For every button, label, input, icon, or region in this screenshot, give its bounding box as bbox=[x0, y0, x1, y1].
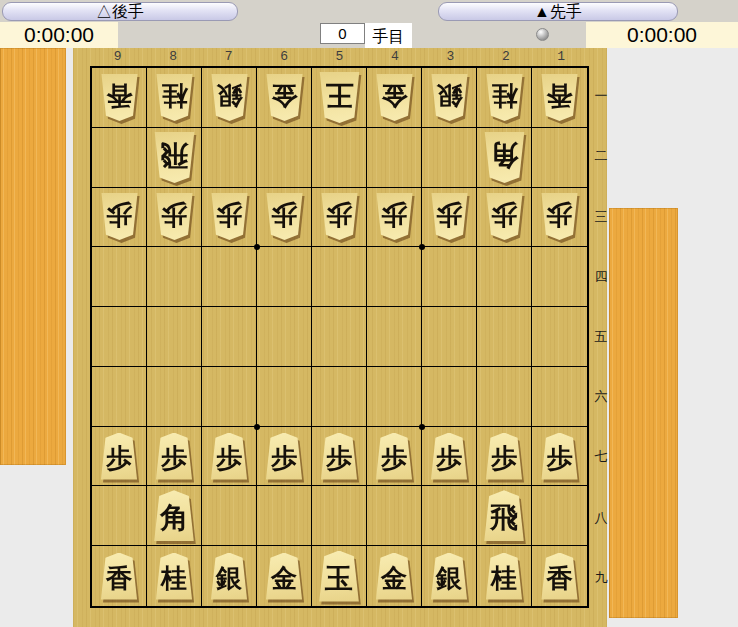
piece-glyph-knight: 桂 bbox=[484, 74, 525, 121]
piece-glyph-silver: 銀 bbox=[209, 74, 250, 121]
square-6-8[interactable] bbox=[257, 486, 312, 546]
piece-pawn-gote[interactable]: 歩 bbox=[429, 193, 470, 240]
move-counter-field[interactable]: 0 bbox=[320, 23, 365, 44]
square-2-7[interactable]: 歩 bbox=[477, 427, 532, 487]
piece-glyph-pawn: 歩 bbox=[429, 433, 470, 480]
piece-glyph-pawn: 歩 bbox=[209, 433, 250, 480]
rank-coordinate-labels: 一二三四五六七八九 bbox=[593, 66, 609, 608]
piece-glyph-king: 玉 bbox=[317, 551, 362, 602]
piece-pawn-sente[interactable]: 歩 bbox=[319, 433, 360, 480]
square-7-2[interactable] bbox=[202, 128, 257, 188]
piece-glyph-pawn: 歩 bbox=[319, 193, 360, 240]
gote-komadai-stand[interactable] bbox=[0, 48, 66, 465]
square-3-5[interactable] bbox=[422, 307, 477, 367]
square-3-7[interactable]: 歩 bbox=[422, 427, 477, 487]
square-8-6[interactable] bbox=[147, 367, 202, 427]
piece-lance-gote[interactable]: 香 bbox=[539, 74, 580, 121]
piece-pawn-sente[interactable]: 歩 bbox=[374, 433, 415, 480]
piece-lance-gote[interactable]: 香 bbox=[99, 74, 140, 121]
file-label-8: 8 bbox=[145, 49, 200, 65]
square-7-9[interactable]: 銀 bbox=[202, 546, 257, 606]
piece-gold-gote[interactable]: 金 bbox=[374, 74, 415, 121]
square-3-4[interactable] bbox=[422, 247, 477, 307]
piece-king-sente[interactable]: 玉 bbox=[317, 551, 362, 602]
piece-glyph-pawn: 歩 bbox=[539, 433, 580, 480]
sente-player-button[interactable]: ▲先手 bbox=[438, 2, 678, 21]
square-4-8[interactable] bbox=[367, 486, 422, 546]
piece-glyph-gold: 金 bbox=[374, 74, 415, 121]
square-9-5[interactable] bbox=[92, 307, 147, 367]
piece-glyph-king: 王 bbox=[317, 72, 362, 123]
piece-glyph-pawn: 歩 bbox=[99, 433, 140, 480]
square-2-6[interactable] bbox=[477, 367, 532, 427]
piece-pawn-sente[interactable]: 歩 bbox=[154, 433, 195, 480]
file-label-2: 2 bbox=[478, 49, 533, 65]
piece-lance-sente[interactable]: 香 bbox=[99, 553, 140, 600]
gote-player-button[interactable]: △後手 bbox=[2, 2, 238, 21]
rank-label-2: 二 bbox=[593, 126, 609, 186]
square-5-3[interactable]: 歩 bbox=[312, 188, 367, 248]
square-6-2[interactable] bbox=[257, 128, 312, 188]
file-label-9: 9 bbox=[90, 49, 145, 65]
piece-glyph-gold: 金 bbox=[264, 74, 305, 121]
file-coordinate-labels: 987654321 bbox=[90, 49, 589, 65]
square-4-5[interactable] bbox=[367, 307, 422, 367]
piece-glyph-pawn: 歩 bbox=[154, 193, 195, 240]
square-9-4[interactable] bbox=[92, 247, 147, 307]
piece-glyph-pawn: 歩 bbox=[484, 193, 525, 240]
player-button-bar: △後手 ▲先手 bbox=[0, 0, 738, 22]
square-4-7[interactable]: 歩 bbox=[367, 427, 422, 487]
square-7-3[interactable]: 歩 bbox=[202, 188, 257, 248]
turn-indicator-led bbox=[536, 28, 549, 41]
piece-pawn-gote[interactable]: 歩 bbox=[484, 193, 525, 240]
square-2-5[interactable] bbox=[477, 307, 532, 367]
square-4-6[interactable] bbox=[367, 367, 422, 427]
piece-pawn-sente[interactable]: 歩 bbox=[264, 433, 305, 480]
square-7-1[interactable]: 銀 bbox=[202, 68, 257, 128]
piece-silver-gote[interactable]: 銀 bbox=[209, 74, 250, 121]
square-2-4[interactable] bbox=[477, 247, 532, 307]
square-3-6[interactable] bbox=[422, 367, 477, 427]
rank-label-8: 八 bbox=[593, 488, 609, 548]
piece-glyph-knight: 桂 bbox=[154, 553, 195, 600]
piece-pawn-sente[interactable]: 歩 bbox=[209, 433, 250, 480]
square-7-8[interactable] bbox=[202, 486, 257, 546]
piece-bishop-gote[interactable]: 角 bbox=[482, 132, 527, 183]
piece-glyph-lance: 香 bbox=[539, 553, 580, 600]
rank-label-4: 四 bbox=[593, 247, 609, 307]
square-5-9[interactable]: 玉 bbox=[312, 546, 367, 606]
piece-glyph-pawn: 歩 bbox=[154, 433, 195, 480]
square-1-6[interactable] bbox=[532, 367, 587, 427]
square-8-1[interactable]: 桂 bbox=[147, 68, 202, 128]
square-4-2[interactable] bbox=[367, 128, 422, 188]
square-7-6[interactable] bbox=[202, 367, 257, 427]
piece-gold-sente[interactable]: 金 bbox=[264, 553, 305, 600]
shogi-board-grid: 香桂銀金王金銀桂香飛角歩歩歩歩歩歩歩歩歩歩歩歩歩歩歩歩歩歩角飛香桂銀金玉金銀桂香 bbox=[90, 66, 589, 608]
square-3-9[interactable]: 銀 bbox=[422, 546, 477, 606]
piece-glyph-gold: 金 bbox=[264, 553, 305, 600]
piece-silver-sente[interactable]: 銀 bbox=[429, 553, 470, 600]
square-2-3[interactable]: 歩 bbox=[477, 188, 532, 248]
square-4-4[interactable] bbox=[367, 247, 422, 307]
square-1-3[interactable]: 歩 bbox=[532, 188, 587, 248]
piece-pawn-gote[interactable]: 歩 bbox=[319, 193, 360, 240]
piece-glyph-rook: 飛 bbox=[482, 490, 527, 541]
square-4-1[interactable]: 金 bbox=[367, 68, 422, 128]
piece-glyph-pawn: 歩 bbox=[374, 433, 415, 480]
piece-silver-gote[interactable]: 銀 bbox=[429, 74, 470, 121]
piece-glyph-knight: 桂 bbox=[484, 553, 525, 600]
file-label-6: 6 bbox=[256, 49, 311, 65]
piece-pawn-sente[interactable]: 歩 bbox=[539, 433, 580, 480]
piece-gold-gote[interactable]: 金 bbox=[264, 74, 305, 121]
piece-pawn-sente[interactable]: 歩 bbox=[99, 433, 140, 480]
square-6-3[interactable]: 歩 bbox=[257, 188, 312, 248]
square-1-1[interactable]: 香 bbox=[532, 68, 587, 128]
piece-rook-gote[interactable]: 飛 bbox=[152, 132, 197, 183]
file-label-1: 1 bbox=[534, 49, 589, 65]
piece-pawn-gote[interactable]: 歩 bbox=[154, 193, 195, 240]
piece-glyph-silver: 銀 bbox=[429, 74, 470, 121]
rank-label-6: 六 bbox=[593, 367, 609, 427]
piece-glyph-knight: 桂 bbox=[154, 74, 195, 121]
square-9-9[interactable]: 香 bbox=[92, 546, 147, 606]
file-label-5: 5 bbox=[312, 49, 367, 65]
square-6-1[interactable]: 金 bbox=[257, 68, 312, 128]
square-2-8[interactable]: 飛 bbox=[477, 486, 532, 546]
square-1-5[interactable] bbox=[532, 307, 587, 367]
piece-pawn-gote[interactable]: 歩 bbox=[539, 193, 580, 240]
square-9-8[interactable] bbox=[92, 486, 147, 546]
square-1-7[interactable]: 歩 bbox=[532, 427, 587, 487]
square-8-4[interactable] bbox=[147, 247, 202, 307]
piece-glyph-pawn: 歩 bbox=[319, 433, 360, 480]
file-label-7: 7 bbox=[201, 49, 256, 65]
piece-knight-sente[interactable]: 桂 bbox=[484, 553, 525, 600]
piece-pawn-gote[interactable]: 歩 bbox=[209, 193, 250, 240]
piece-pawn-gote[interactable]: 歩 bbox=[264, 193, 305, 240]
shogi-board: 987654321 一二三四五六七八九 香桂銀金王金銀桂香飛角歩歩歩歩歩歩歩歩歩… bbox=[73, 48, 607, 627]
square-1-8[interactable] bbox=[532, 486, 587, 546]
piece-glyph-pawn: 歩 bbox=[429, 193, 470, 240]
piece-glyph-gold: 金 bbox=[374, 553, 415, 600]
piece-glyph-lance: 香 bbox=[99, 74, 140, 121]
square-9-2[interactable] bbox=[92, 128, 147, 188]
square-3-8[interactable] bbox=[422, 486, 477, 546]
sente-komadai-stand[interactable] bbox=[609, 208, 678, 618]
piece-glyph-lance: 香 bbox=[99, 553, 140, 600]
piece-knight-gote[interactable]: 桂 bbox=[484, 74, 525, 121]
square-1-4[interactable] bbox=[532, 247, 587, 307]
rank-label-9: 九 bbox=[593, 548, 609, 608]
square-2-1[interactable]: 桂 bbox=[477, 68, 532, 128]
square-2-2[interactable]: 角 bbox=[477, 128, 532, 188]
square-1-2[interactable] bbox=[532, 128, 587, 188]
piece-glyph-pawn: 歩 bbox=[374, 193, 415, 240]
piece-glyph-lance: 香 bbox=[539, 74, 580, 121]
piece-lance-sente[interactable]: 香 bbox=[539, 553, 580, 600]
square-8-8[interactable]: 角 bbox=[147, 486, 202, 546]
piece-knight-sente[interactable]: 桂 bbox=[154, 553, 195, 600]
square-5-6[interactable] bbox=[312, 367, 367, 427]
piece-glyph-pawn: 歩 bbox=[484, 433, 525, 480]
square-7-4[interactable] bbox=[202, 247, 257, 307]
square-8-2[interactable]: 飛 bbox=[147, 128, 202, 188]
square-5-2[interactable] bbox=[312, 128, 367, 188]
piece-silver-sente[interactable]: 銀 bbox=[209, 553, 250, 600]
piece-gold-sente[interactable]: 金 bbox=[374, 553, 415, 600]
square-5-5[interactable] bbox=[312, 307, 367, 367]
piece-glyph-pawn: 歩 bbox=[99, 193, 140, 240]
square-8-3[interactable]: 歩 bbox=[147, 188, 202, 248]
rank-label-5: 五 bbox=[593, 307, 609, 367]
piece-glyph-pawn: 歩 bbox=[209, 193, 250, 240]
sente-clock: 0:00:00 bbox=[586, 22, 738, 48]
clock-bar: 0:00:00 0 手目 0:00:00 bbox=[0, 22, 738, 48]
piece-pawn-sente[interactable]: 歩 bbox=[429, 433, 470, 480]
square-9-7[interactable]: 歩 bbox=[92, 427, 147, 487]
piece-glyph-rook: 飛 bbox=[152, 132, 197, 183]
square-7-7[interactable]: 歩 bbox=[202, 427, 257, 487]
square-9-6[interactable] bbox=[92, 367, 147, 427]
square-5-8[interactable] bbox=[312, 486, 367, 546]
piece-pawn-sente[interactable]: 歩 bbox=[484, 433, 525, 480]
square-5-7[interactable]: 歩 bbox=[312, 427, 367, 487]
piece-glyph-pawn: 歩 bbox=[264, 433, 305, 480]
square-9-3[interactable]: 歩 bbox=[92, 188, 147, 248]
square-5-4[interactable] bbox=[312, 247, 367, 307]
square-3-2[interactable] bbox=[422, 128, 477, 188]
square-5-1[interactable]: 王 bbox=[312, 68, 367, 128]
piece-glyph-bishop: 角 bbox=[482, 132, 527, 183]
piece-glyph-pawn: 歩 bbox=[264, 193, 305, 240]
piece-bishop-sente[interactable]: 角 bbox=[152, 490, 197, 541]
gote-clock: 0:00:00 bbox=[0, 22, 118, 48]
square-4-3[interactable]: 歩 bbox=[367, 188, 422, 248]
piece-glyph-bishop: 角 bbox=[152, 490, 197, 541]
square-6-4[interactable] bbox=[257, 247, 312, 307]
square-8-5[interactable] bbox=[147, 307, 202, 367]
piece-king-gote[interactable]: 王 bbox=[317, 72, 362, 123]
piece-glyph-silver: 銀 bbox=[429, 553, 470, 600]
piece-pawn-gote[interactable]: 歩 bbox=[374, 193, 415, 240]
file-label-4: 4 bbox=[367, 49, 422, 65]
square-2-9[interactable]: 桂 bbox=[477, 546, 532, 606]
move-counter-label: 手目 bbox=[365, 23, 412, 48]
rank-label-7: 七 bbox=[593, 427, 609, 487]
piece-pawn-gote[interactable]: 歩 bbox=[99, 193, 140, 240]
square-6-5[interactable] bbox=[257, 307, 312, 367]
square-6-6[interactable] bbox=[257, 367, 312, 427]
piece-rook-sente[interactable]: 飛 bbox=[482, 490, 527, 541]
square-3-1[interactable]: 銀 bbox=[422, 68, 477, 128]
file-label-3: 3 bbox=[423, 49, 478, 65]
square-8-7[interactable]: 歩 bbox=[147, 427, 202, 487]
square-6-9[interactable]: 金 bbox=[257, 546, 312, 606]
square-1-9[interactable]: 香 bbox=[532, 546, 587, 606]
square-7-5[interactable] bbox=[202, 307, 257, 367]
square-9-1[interactable]: 香 bbox=[92, 68, 147, 128]
piece-glyph-pawn: 歩 bbox=[539, 193, 580, 240]
rank-label-3: 三 bbox=[593, 186, 609, 246]
square-3-3[interactable]: 歩 bbox=[422, 188, 477, 248]
piece-knight-gote[interactable]: 桂 bbox=[154, 74, 195, 121]
square-4-9[interactable]: 金 bbox=[367, 546, 422, 606]
square-8-9[interactable]: 桂 bbox=[147, 546, 202, 606]
rank-label-1: 一 bbox=[593, 66, 609, 126]
piece-glyph-silver: 銀 bbox=[209, 553, 250, 600]
square-6-7[interactable]: 歩 bbox=[257, 427, 312, 487]
